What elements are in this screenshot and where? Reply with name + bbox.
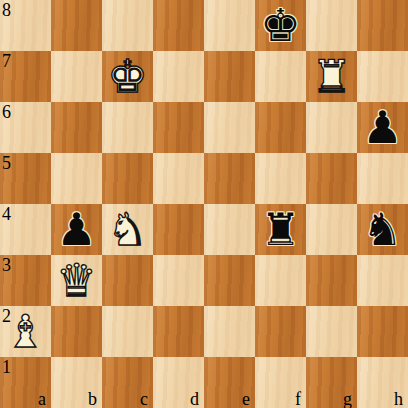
rank-label-4: 4 xyxy=(2,204,11,224)
square-f6[interactable] xyxy=(255,102,306,153)
black-pawn-h6[interactable]: ♟ xyxy=(357,102,408,153)
square-e1[interactable]: e xyxy=(204,357,255,408)
square-e2[interactable] xyxy=(204,306,255,357)
white-rook-g7[interactable]: ♜ xyxy=(306,51,357,102)
square-d3[interactable] xyxy=(153,255,204,306)
square-h6[interactable]: ♟ xyxy=(357,102,408,153)
square-a6[interactable]: 6 xyxy=(0,102,51,153)
square-d2[interactable] xyxy=(153,306,204,357)
square-a8[interactable]: 8 xyxy=(0,0,51,51)
square-b2[interactable] xyxy=(51,306,102,357)
square-c2[interactable] xyxy=(102,306,153,357)
square-g6[interactable] xyxy=(306,102,357,153)
file-label-d: d xyxy=(190,390,199,408)
square-c6[interactable] xyxy=(102,102,153,153)
square-a1[interactable]: 1a xyxy=(0,357,51,408)
square-f7[interactable] xyxy=(255,51,306,102)
square-g5[interactable] xyxy=(306,153,357,204)
chess-board: 8♚7♚♜6♟54♟♞♜♞3♛2♝1abcdefgh xyxy=(0,0,408,408)
square-a5[interactable]: 5 xyxy=(0,153,51,204)
square-b4[interactable]: ♟ xyxy=(51,204,102,255)
square-f5[interactable] xyxy=(255,153,306,204)
square-f8[interactable]: ♚ xyxy=(255,0,306,51)
square-a2[interactable]: 2♝ xyxy=(0,306,51,357)
square-b7[interactable] xyxy=(51,51,102,102)
rank-label-6: 6 xyxy=(2,102,11,122)
square-h1[interactable]: h xyxy=(357,357,408,408)
square-d7[interactable] xyxy=(153,51,204,102)
square-b1[interactable]: b xyxy=(51,357,102,408)
square-e5[interactable] xyxy=(204,153,255,204)
rank-label-8: 8 xyxy=(2,0,11,20)
black-knight-h4[interactable]: ♞ xyxy=(357,204,408,255)
square-e4[interactable] xyxy=(204,204,255,255)
square-b5[interactable] xyxy=(51,153,102,204)
white-queen-b3[interactable]: ♛ xyxy=(51,255,102,306)
file-label-h: h xyxy=(394,390,403,408)
square-b6[interactable] xyxy=(51,102,102,153)
square-b8[interactable] xyxy=(51,0,102,51)
file-label-c: c xyxy=(140,390,148,408)
square-f4[interactable]: ♜ xyxy=(255,204,306,255)
square-a7[interactable]: 7 xyxy=(0,51,51,102)
square-g1[interactable]: g xyxy=(306,357,357,408)
square-h4[interactable]: ♞ xyxy=(357,204,408,255)
black-rook-f4[interactable]: ♜ xyxy=(255,204,306,255)
square-h8[interactable] xyxy=(357,0,408,51)
square-a4[interactable]: 4 xyxy=(0,204,51,255)
file-label-g: g xyxy=(343,390,352,408)
square-d4[interactable] xyxy=(153,204,204,255)
square-c5[interactable] xyxy=(102,153,153,204)
rank-label-7: 7 xyxy=(2,51,11,71)
square-f1[interactable]: f xyxy=(255,357,306,408)
square-d5[interactable] xyxy=(153,153,204,204)
black-pawn-b4[interactable]: ♟ xyxy=(51,204,102,255)
rank-label-1: 1 xyxy=(2,357,11,377)
rank-label-5: 5 xyxy=(2,153,11,173)
white-king-c7[interactable]: ♚ xyxy=(102,51,153,102)
square-d8[interactable] xyxy=(153,0,204,51)
white-bishop-a2[interactable]: ♝ xyxy=(0,306,51,357)
square-g3[interactable] xyxy=(306,255,357,306)
square-h7[interactable] xyxy=(357,51,408,102)
square-e6[interactable] xyxy=(204,102,255,153)
square-g7[interactable]: ♜ xyxy=(306,51,357,102)
square-h5[interactable] xyxy=(357,153,408,204)
square-g8[interactable] xyxy=(306,0,357,51)
square-f3[interactable] xyxy=(255,255,306,306)
square-e7[interactable] xyxy=(204,51,255,102)
square-c7[interactable]: ♚ xyxy=(102,51,153,102)
square-h2[interactable] xyxy=(357,306,408,357)
square-e8[interactable] xyxy=(204,0,255,51)
square-e3[interactable] xyxy=(204,255,255,306)
square-c8[interactable] xyxy=(102,0,153,51)
square-c3[interactable] xyxy=(102,255,153,306)
file-label-e: e xyxy=(242,390,250,408)
square-g2[interactable] xyxy=(306,306,357,357)
square-d6[interactable] xyxy=(153,102,204,153)
black-king-f8[interactable]: ♚ xyxy=(255,0,306,51)
square-g4[interactable] xyxy=(306,204,357,255)
square-c4[interactable]: ♞ xyxy=(102,204,153,255)
square-h3[interactable] xyxy=(357,255,408,306)
file-label-a: a xyxy=(38,390,46,408)
rank-label-3: 3 xyxy=(2,255,11,275)
square-a3[interactable]: 3 xyxy=(0,255,51,306)
square-d1[interactable]: d xyxy=(153,357,204,408)
white-knight-c4[interactable]: ♞ xyxy=(102,204,153,255)
square-f2[interactable] xyxy=(255,306,306,357)
file-label-b: b xyxy=(88,390,97,408)
square-b3[interactable]: ♛ xyxy=(51,255,102,306)
file-label-f: f xyxy=(295,390,301,408)
square-c1[interactable]: c xyxy=(102,357,153,408)
